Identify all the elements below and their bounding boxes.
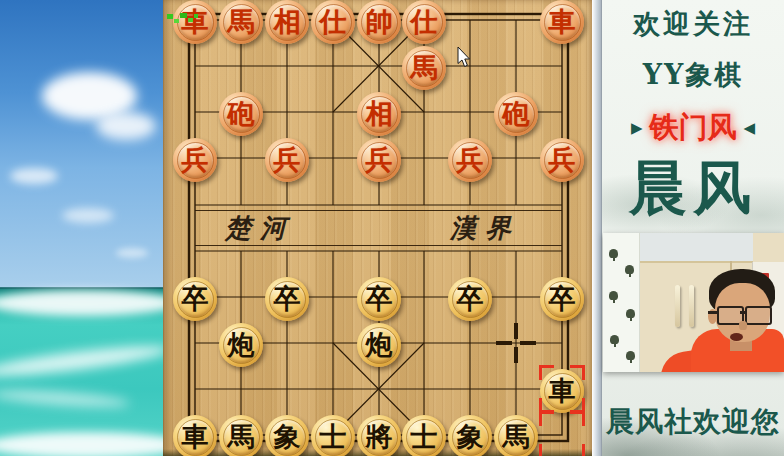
cabinet-handle: [689, 285, 694, 327]
piece-red-兵-f6r3[interactable]: 兵: [448, 138, 492, 182]
piece-black-馬-f7r9[interactable]: 馬: [494, 415, 538, 456]
river-text-right: 漢界: [449, 213, 520, 243]
webcam-wall: [639, 233, 753, 261]
piece-red-仕-f5r0[interactable]: 仕: [402, 0, 446, 44]
host-tag: ▶ 铁门风 ◀: [602, 108, 784, 148]
streamer-mouth: [730, 333, 743, 341]
last-move-marker: [539, 365, 585, 413]
piece-black-象-f6r9[interactable]: 象: [448, 415, 492, 456]
horizon-line: [0, 287, 164, 289]
piece-red-仕-f3r0[interactable]: 仕: [311, 0, 355, 44]
cloud: [116, 248, 148, 258]
live-indicator-icon: [165, 9, 201, 29]
board-panel[interactable]: 楚河 漢界 車馬相仕帥仕車馬砲相砲兵兵兵兵兵卒卒卒卒卒炮炮車車馬象士將士象馬: [163, 0, 592, 456]
screenshot-root: { "game": "xiangqi", "position": { "red_…: [0, 0, 784, 456]
sky: [0, 0, 164, 290]
piece-red-兵-f4r3[interactable]: 兵: [357, 138, 401, 182]
panel-bottom-text: 晨风社欢迎您: [602, 403, 784, 441]
piece-black-炮-f4r7[interactable]: 炮: [357, 323, 401, 367]
piece-black-車-f0r9[interactable]: 車: [173, 415, 217, 456]
cabinet-handle: [675, 285, 680, 327]
piece-black-卒-f8r6[interactable]: 卒: [540, 277, 584, 321]
piece-red-兵-f0r3[interactable]: 兵: [173, 138, 217, 182]
piece-red-砲-f1r2[interactable]: 砲: [219, 92, 263, 136]
panel-left-border: [592, 0, 602, 456]
piece-black-象-f2r9[interactable]: 象: [265, 415, 309, 456]
webcam-curtain: [603, 233, 640, 372]
piece-black-馬-f1r9[interactable]: 馬: [219, 415, 263, 456]
webcam-video: [603, 233, 784, 372]
piece-black-炮-f1r7[interactable]: 炮: [219, 323, 263, 367]
piece-red-砲-f7r2[interactable]: 砲: [494, 92, 538, 136]
piece-red-車-f8r0[interactable]: 車: [540, 0, 584, 44]
piece-red-馬-f1r0[interactable]: 馬: [219, 0, 263, 44]
stream-info-panel: 欢迎关注 YY象棋 ▶ 铁门风 ◀ 晨风: [592, 0, 784, 456]
streamer-nose: [739, 321, 747, 330]
piece-red-相-f2r0[interactable]: 相: [265, 0, 309, 44]
piece-black-卒-f6r6[interactable]: 卒: [448, 277, 492, 321]
cloud: [62, 208, 114, 223]
piece-black-卒-f4r6[interactable]: 卒: [357, 277, 401, 321]
host-name: 晨风: [602, 150, 784, 228]
cannon-point-marker: [496, 323, 536, 363]
piece-black-士-f3r9[interactable]: 士: [311, 415, 355, 456]
piece-black-卒-f0r6[interactable]: 卒: [173, 277, 217, 321]
piece-black-將-f4r9[interactable]: 將: [357, 415, 401, 456]
left-arrow-icon: ▶: [631, 119, 643, 137]
board-grid: 楚河 漢界: [163, 0, 592, 456]
piece-red-兵-f2r3[interactable]: 兵: [265, 138, 309, 182]
piece-red-兵-f8r3[interactable]: 兵: [540, 138, 584, 182]
last-move-marker: [539, 411, 585, 456]
panel-line1: 欢迎关注: [602, 6, 784, 42]
piece-black-士-f5r9[interactable]: 士: [402, 415, 446, 456]
river-text-left: 楚河: [224, 213, 295, 243]
mouse-cursor: [457, 47, 472, 69]
host-tag-text: 铁门风: [650, 108, 737, 148]
right-arrow-icon: ◀: [744, 119, 756, 137]
beach-background: [0, 0, 164, 456]
panel-line2: YY象棋: [602, 57, 784, 93]
wave-foam: [0, 432, 164, 456]
piece-red-相-f4r2[interactable]: 相: [357, 92, 401, 136]
piece-red-帥-f4r0[interactable]: 帥: [357, 0, 401, 44]
piece-black-卒-f2r6[interactable]: 卒: [265, 277, 309, 321]
piece-red-馬-f5r1[interactable]: 馬: [402, 46, 446, 90]
wave-foam: [0, 290, 164, 316]
cloud: [96, 112, 156, 140]
cloud: [10, 168, 58, 184]
